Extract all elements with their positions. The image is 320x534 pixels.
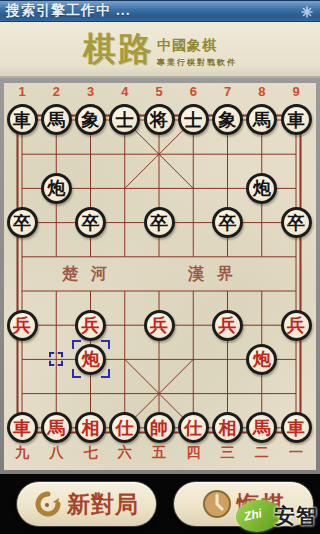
coordinate-label: 7 [210, 84, 244, 100]
board-point[interactable]: 士 [176, 103, 210, 137]
piece-black-chariot[interactable]: 車 [7, 104, 38, 135]
piece-layer: 車馬象士将士象馬車炮炮卒卒卒卒卒兵兵兵兵兵炮炮車馬相仕帥仕相馬車 [5, 103, 313, 445]
status-text: 搜索引擎工作中 ... [0, 2, 131, 20]
undo-move-button[interactable]: 悔棋 [173, 481, 314, 527]
piece-red-advisor[interactable]: 仕 [109, 412, 140, 443]
board-point[interactable]: 兵 [73, 308, 107, 342]
board-point[interactable]: 相 [73, 411, 107, 445]
board-point[interactable]: 卒 [5, 205, 39, 239]
board-point[interactable]: 士 [108, 103, 142, 137]
coordinate-label: 3 [73, 84, 107, 100]
coordinate-label: 三 [210, 445, 244, 461]
piece-black-soldier[interactable]: 卒 [281, 207, 312, 238]
board-point[interactable]: 兵 [210, 308, 244, 342]
piece-black-elephant[interactable]: 象 [75, 104, 106, 135]
board-point[interactable]: 帥 [142, 411, 176, 445]
board-point[interactable]: 仕 [108, 411, 142, 445]
board-point[interactable]: 車 [279, 411, 313, 445]
coordinate-label: 六 [108, 445, 142, 461]
piece-black-cannon[interactable]: 炮 [41, 173, 72, 204]
coordinate-label: 五 [142, 445, 176, 461]
board-point[interactable]: 卒 [279, 205, 313, 239]
piece-red-soldier[interactable]: 兵 [7, 310, 38, 341]
piece-black-general[interactable]: 将 [144, 104, 175, 135]
piece-red-soldier[interactable]: 兵 [75, 310, 106, 341]
coordinate-label: 2 [39, 84, 73, 100]
board-point[interactable]: 馬 [39, 411, 73, 445]
coordinate-label: 二 [245, 445, 279, 461]
file-labels-top: 123456789 [5, 84, 313, 100]
app-logo: 棋路 中國象棋 專業行棋對戰軟件 [83, 27, 237, 72]
board-point[interactable]: 炮 [245, 342, 279, 376]
board-frame: 123456789 九八七六五四三二一 楚河 漢界 車馬象士将士象馬車炮炮卒卒卒… [0, 78, 320, 474]
undo-label: 悔棋 [237, 489, 285, 520]
board-point[interactable]: 象 [210, 103, 244, 137]
board-point[interactable]: 兵 [142, 308, 176, 342]
piece-red-soldier[interactable]: 兵 [144, 310, 175, 341]
board-point[interactable]: 兵 [279, 308, 313, 342]
piece-red-chariot[interactable]: 車 [281, 412, 312, 443]
board-point[interactable]: 馬 [245, 103, 279, 137]
piece-black-advisor[interactable]: 士 [178, 104, 209, 135]
piece-black-elephant[interactable]: 象 [212, 104, 243, 135]
file-labels-bottom: 九八七六五四三二一 [5, 445, 313, 461]
coordinate-label: 5 [142, 84, 176, 100]
coordinate-label: 一 [279, 445, 313, 461]
logo-wordmark: 棋路 [83, 27, 153, 72]
piece-black-chariot[interactable]: 車 [281, 104, 312, 135]
restart-icon [34, 490, 62, 518]
board-point[interactable]: 炮 [73, 342, 107, 376]
new-game-label: 新對局 [67, 489, 139, 520]
clock-icon [202, 489, 232, 519]
coordinate-label: 1 [5, 84, 39, 100]
board-point[interactable]: 車 [5, 103, 39, 137]
notification-icon [301, 6, 313, 18]
board-point[interactable] [39, 342, 73, 376]
piece-red-elephant[interactable]: 相 [212, 412, 243, 443]
logo-tagline: 專業行棋對戰軟件 [157, 57, 237, 68]
piece-black-soldier[interactable]: 卒 [144, 207, 175, 238]
piece-red-chariot[interactable]: 車 [7, 412, 38, 443]
coordinate-label: 4 [108, 84, 142, 100]
board-point[interactable]: 炮 [245, 171, 279, 205]
piece-black-soldier[interactable]: 卒 [212, 207, 243, 238]
piece-red-general[interactable]: 帥 [144, 412, 175, 443]
piece-red-horse[interactable]: 馬 [41, 412, 72, 443]
board-point[interactable]: 馬 [39, 103, 73, 137]
coordinate-label: 6 [176, 84, 210, 100]
last-move-from-marker [49, 352, 63, 366]
board-point[interactable]: 象 [73, 103, 107, 137]
piece-black-horse[interactable]: 馬 [246, 104, 277, 135]
piece-black-soldier[interactable]: 卒 [7, 207, 38, 238]
coordinate-label: 8 [245, 84, 279, 100]
board-point[interactable]: 車 [5, 411, 39, 445]
piece-red-advisor[interactable]: 仕 [178, 412, 209, 443]
board-point[interactable]: 兵 [5, 308, 39, 342]
piece-red-horse[interactable]: 馬 [246, 412, 277, 443]
piece-red-soldier[interactable]: 兵 [281, 310, 312, 341]
board-point[interactable]: 仕 [176, 411, 210, 445]
coordinate-label: 九 [5, 445, 39, 461]
coordinate-label: 9 [279, 84, 313, 100]
piece-red-soldier[interactable]: 兵 [212, 310, 243, 341]
board-point[interactable]: 車 [279, 103, 313, 137]
coordinate-label: 七 [73, 445, 107, 461]
status-bar: 搜索引擎工作中 ... [0, 0, 320, 22]
logo-subtitle: 中國象棋 [157, 37, 237, 55]
piece-black-advisor[interactable]: 士 [109, 104, 140, 135]
board-point[interactable]: 将 [142, 103, 176, 137]
board-point[interactable]: 卒 [142, 205, 176, 239]
board-point[interactable]: 馬 [245, 411, 279, 445]
piece-red-cannon[interactable]: 炮 [246, 344, 277, 375]
piece-red-cannon[interactable]: 炮 [75, 344, 106, 375]
piece-black-soldier[interactable]: 卒 [75, 207, 106, 238]
board-point[interactable]: 卒 [73, 205, 107, 239]
app-header: 棋路 中國象棋 專業行棋對戰軟件 [0, 22, 320, 78]
piece-red-elephant[interactable]: 相 [75, 412, 106, 443]
bottom-toolbar: 新對局 悔棋 Zhi 安智 [0, 474, 320, 534]
coordinate-label: 四 [176, 445, 210, 461]
piece-black-cannon[interactable]: 炮 [246, 173, 277, 204]
new-game-button[interactable]: 新對局 [16, 481, 157, 527]
board-point[interactable]: 卒 [210, 205, 244, 239]
board-point[interactable]: 炮 [39, 171, 73, 205]
piece-black-horse[interactable]: 馬 [41, 104, 72, 135]
coordinate-label: 八 [39, 445, 73, 461]
board-point[interactable]: 相 [210, 411, 244, 445]
